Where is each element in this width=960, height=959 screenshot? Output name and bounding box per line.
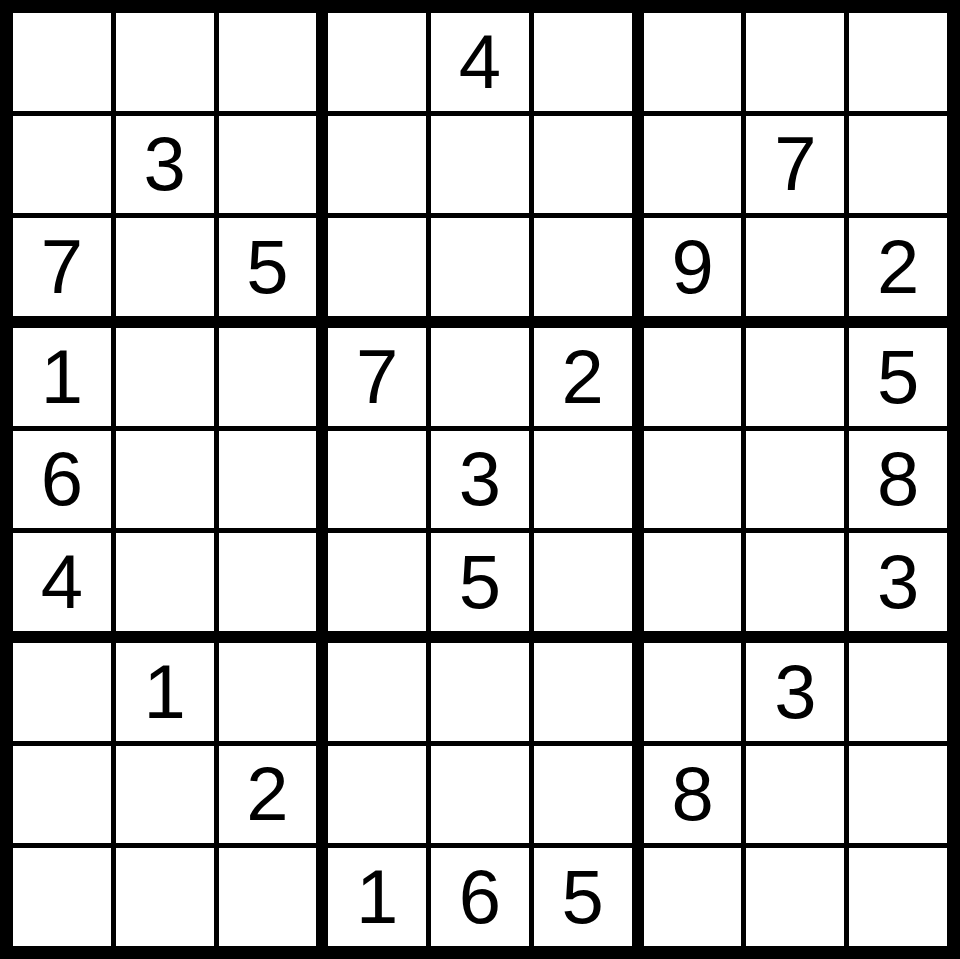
cell-r1c2-empty[interactable]: [116, 13, 214, 111]
cell-r7c3-empty[interactable]: [219, 643, 317, 741]
cell-r8c1-empty[interactable]: [13, 746, 111, 844]
cell-r9c4-given-1[interactable]: 1: [328, 848, 426, 946]
cell-r3c1-given-7[interactable]: 7: [13, 218, 111, 316]
cell-r1c8-empty[interactable]: [746, 13, 844, 111]
cell-r2c3-empty[interactable]: [219, 116, 317, 214]
cell-r8c3-given-2[interactable]: 2: [219, 746, 317, 844]
cell-r7c8-given-3[interactable]: 3: [746, 643, 844, 741]
cell-r3c9-given-2[interactable]: 2: [849, 218, 947, 316]
cell-r4c8-empty[interactable]: [746, 328, 844, 426]
cell-r3c2-empty[interactable]: [116, 218, 214, 316]
cell-r8c5-empty[interactable]: [431, 746, 529, 844]
cell-r4c6-given-2[interactable]: 2: [534, 328, 632, 426]
sudoku-box-6: 583: [644, 328, 947, 631]
sudoku-box-8: 165: [328, 643, 631, 946]
cell-r7c4-empty[interactable]: [328, 643, 426, 741]
cell-r5c6-empty[interactable]: [534, 431, 632, 529]
cell-r3c5-empty[interactable]: [431, 218, 529, 316]
sudoku-box-9: 38: [644, 643, 947, 946]
cell-r7c2-given-1[interactable]: 1: [116, 643, 214, 741]
cell-r5c3-empty[interactable]: [219, 431, 317, 529]
cell-r1c5-given-4[interactable]: 4: [431, 13, 529, 111]
sudoku-page: 375479216472355831216538: [0, 0, 960, 959]
cell-r9c2-empty[interactable]: [116, 848, 214, 946]
cell-r8c8-empty[interactable]: [746, 746, 844, 844]
cell-r3c4-empty[interactable]: [328, 218, 426, 316]
cell-r9c8-empty[interactable]: [746, 848, 844, 946]
cell-r6c6-empty[interactable]: [534, 533, 632, 631]
cell-r4c9-given-5[interactable]: 5: [849, 328, 947, 426]
cell-r5c1-given-6[interactable]: 6: [13, 431, 111, 529]
cell-r5c2-empty[interactable]: [116, 431, 214, 529]
cell-r8c6-empty[interactable]: [534, 746, 632, 844]
cell-r6c7-empty[interactable]: [644, 533, 742, 631]
cell-r5c5-given-3[interactable]: 3: [431, 431, 529, 529]
sudoku-board: 375479216472355831216538: [0, 0, 960, 959]
sudoku-box-3: 792: [644, 13, 947, 316]
cell-r1c9-empty[interactable]: [849, 13, 947, 111]
cell-r4c1-given-1[interactable]: 1: [13, 328, 111, 426]
cell-r5c9-given-8[interactable]: 8: [849, 431, 947, 529]
cell-r1c1-empty[interactable]: [13, 13, 111, 111]
cell-r6c3-empty[interactable]: [219, 533, 317, 631]
cell-r7c9-empty[interactable]: [849, 643, 947, 741]
cell-r2c5-empty[interactable]: [431, 116, 529, 214]
cell-r5c7-empty[interactable]: [644, 431, 742, 529]
cell-r3c6-empty[interactable]: [534, 218, 632, 316]
cell-r6c5-given-5[interactable]: 5: [431, 533, 529, 631]
cell-r9c9-empty[interactable]: [849, 848, 947, 946]
cell-r3c3-given-5[interactable]: 5: [219, 218, 317, 316]
cell-r9c3-empty[interactable]: [219, 848, 317, 946]
cell-r8c7-given-8[interactable]: 8: [644, 746, 742, 844]
cell-r9c6-given-5[interactable]: 5: [534, 848, 632, 946]
cell-r1c7-empty[interactable]: [644, 13, 742, 111]
cell-r4c7-empty[interactable]: [644, 328, 742, 426]
cell-r6c1-given-4[interactable]: 4: [13, 533, 111, 631]
cell-r6c4-empty[interactable]: [328, 533, 426, 631]
cell-r1c3-empty[interactable]: [219, 13, 317, 111]
sudoku-box-1: 375: [13, 13, 316, 316]
cell-r8c9-empty[interactable]: [849, 746, 947, 844]
cell-r9c1-empty[interactable]: [13, 848, 111, 946]
cell-r1c4-empty[interactable]: [328, 13, 426, 111]
cell-r9c7-empty[interactable]: [644, 848, 742, 946]
cell-r3c8-empty[interactable]: [746, 218, 844, 316]
cell-r8c4-empty[interactable]: [328, 746, 426, 844]
sudoku-box-7: 12: [13, 643, 316, 946]
cell-r6c9-given-3[interactable]: 3: [849, 533, 947, 631]
cell-r9c5-given-6[interactable]: 6: [431, 848, 529, 946]
cell-r7c1-empty[interactable]: [13, 643, 111, 741]
sudoku-box-4: 164: [13, 328, 316, 631]
cell-r2c8-given-7[interactable]: 7: [746, 116, 844, 214]
cell-r2c4-empty[interactable]: [328, 116, 426, 214]
cell-r5c8-empty[interactable]: [746, 431, 844, 529]
cell-r3c7-given-9[interactable]: 9: [644, 218, 742, 316]
cell-r7c5-empty[interactable]: [431, 643, 529, 741]
cell-r5c4-empty[interactable]: [328, 431, 426, 529]
sudoku-box-5: 7235: [328, 328, 631, 631]
cell-r4c4-given-7[interactable]: 7: [328, 328, 426, 426]
cell-r2c6-empty[interactable]: [534, 116, 632, 214]
cell-r8c2-empty[interactable]: [116, 746, 214, 844]
cell-r2c7-empty[interactable]: [644, 116, 742, 214]
cell-r7c6-empty[interactable]: [534, 643, 632, 741]
cell-r2c1-empty[interactable]: [13, 116, 111, 214]
cell-r4c2-empty[interactable]: [116, 328, 214, 426]
sudoku-box-2: 4: [328, 13, 631, 316]
cell-r4c5-empty[interactable]: [431, 328, 529, 426]
cell-r6c8-empty[interactable]: [746, 533, 844, 631]
cell-r2c2-given-3[interactable]: 3: [116, 116, 214, 214]
cell-r2c9-empty[interactable]: [849, 116, 947, 214]
cell-r7c7-empty[interactable]: [644, 643, 742, 741]
cell-r4c3-empty[interactable]: [219, 328, 317, 426]
cell-r6c2-empty[interactable]: [116, 533, 214, 631]
cell-r1c6-empty[interactable]: [534, 13, 632, 111]
